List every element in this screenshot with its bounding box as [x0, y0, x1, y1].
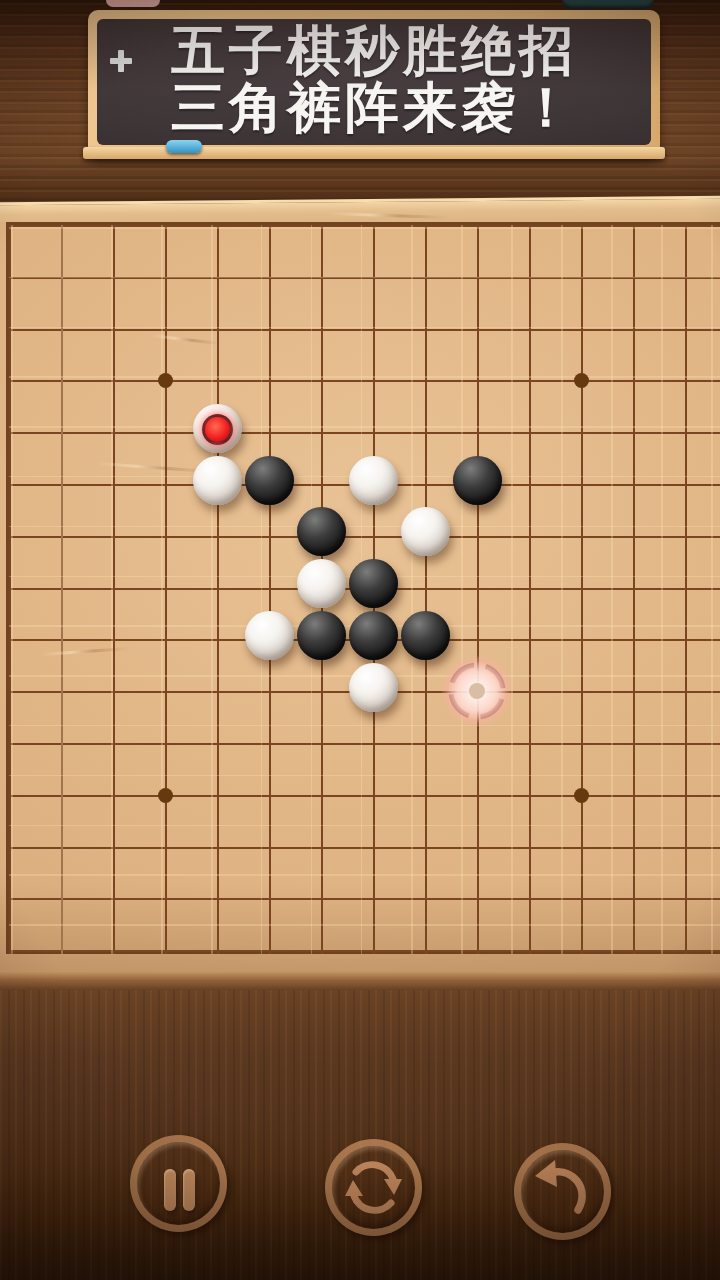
- stone-black: [245, 456, 294, 505]
- stone-black: [297, 611, 346, 660]
- stone-black: [349, 559, 398, 608]
- banner-title-line2: 三角裤阵来袭！: [88, 79, 660, 136]
- restart-icon: [332, 1146, 415, 1229]
- board-front-edge: [0, 971, 720, 992]
- chalk-piece: [166, 140, 202, 153]
- stone-white: [297, 559, 346, 608]
- last-move-marker: [202, 414, 233, 445]
- stone-black: [349, 611, 398, 660]
- stone-white: [401, 507, 450, 556]
- chalkboard-banner: 五子棋秒胜绝招 三角裤阵来袭！: [88, 10, 660, 157]
- stone-white: [349, 456, 398, 505]
- star-point: [158, 788, 173, 803]
- star-point: [574, 788, 589, 803]
- undo-button[interactable]: [514, 1143, 611, 1240]
- stone-white: [349, 663, 398, 712]
- wood-background-bottom: [0, 990, 720, 1280]
- stone-white: [193, 456, 242, 505]
- undo-icon: [521, 1150, 604, 1233]
- stone-black: [297, 507, 346, 556]
- stone-white: [193, 404, 242, 453]
- stone-black: [453, 456, 502, 505]
- banner-title-line1: 五子棋秒胜绝招: [88, 22, 660, 79]
- background-object-pink: [106, 0, 160, 7]
- background-object-teal: [562, 0, 654, 9]
- restart-button[interactable]: [325, 1139, 422, 1236]
- pause-button[interactable]: [130, 1135, 227, 1232]
- gomoku-game-screen: 五子棋秒胜绝招 三角裤阵来袭！: [0, 0, 720, 1280]
- hint-target-marker[interactable]: [441, 655, 513, 727]
- stone-black: [401, 611, 450, 660]
- banner-title: 五子棋秒胜绝招 三角裤阵来袭！: [88, 22, 660, 136]
- stone-white: [245, 611, 294, 660]
